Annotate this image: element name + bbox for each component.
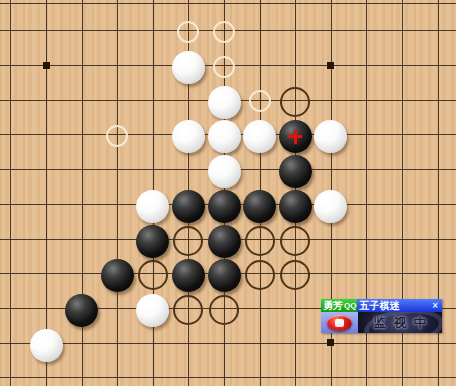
black-stone: ● (208, 190, 241, 223)
star-point (327, 339, 334, 346)
board-top-edge-line (0, 3, 456, 4)
overlay-title-app: 五子棋迷 (359, 299, 399, 312)
black-stone: ● (208, 225, 241, 258)
overlay-titlebar[interactable]: 勇芳QQ 五子棋迷 × (321, 299, 442, 312)
white-stone: ○ (208, 120, 241, 153)
grid-line-vertical (117, 0, 118, 386)
light-circle-mark (106, 125, 128, 147)
assistant-overlay-panel: 勇芳QQ 五子棋迷 × 监视中 (321, 299, 442, 333)
dark-circle-mark (280, 87, 310, 117)
white-stone: ○ (136, 294, 169, 327)
light-circle-mark (213, 56, 235, 78)
black-stone: ● (65, 294, 98, 327)
dark-circle-mark (138, 260, 168, 290)
grid-line-vertical (82, 0, 83, 386)
stop-icon (335, 319, 344, 327)
white-stone: ○ (30, 329, 63, 362)
stop-button[interactable] (327, 315, 352, 331)
status-display: 监视中 (358, 312, 442, 333)
dark-circle-mark (173, 295, 203, 325)
dark-circle-mark (173, 226, 203, 256)
dark-circle-mark (209, 295, 239, 325)
black-stone: ● (279, 155, 312, 188)
close-icon[interactable]: × (430, 299, 442, 312)
grid-line-horizontal (0, 343, 456, 344)
overlay-title-qq: QQ (344, 299, 356, 312)
overlay-title-author-section: 勇芳QQ (321, 299, 357, 312)
white-stone: ○ (314, 190, 347, 223)
white-stone: ○ (314, 120, 347, 153)
grid-line-vertical (10, 0, 11, 386)
status-text: 监视中 (367, 314, 434, 332)
star-point (327, 62, 334, 69)
black-stone: ● (243, 190, 276, 223)
white-stone: ○ (136, 190, 169, 223)
dark-circle-mark (245, 226, 275, 256)
black-stone: ● (172, 259, 205, 292)
cross-bar-vertical (294, 130, 297, 144)
grid-line-horizontal (0, 377, 456, 378)
light-circle-mark (213, 21, 235, 43)
dark-circle-mark (280, 260, 310, 290)
overlay-button-pane (321, 312, 358, 333)
white-stone: ○ (172, 51, 205, 84)
white-stone: ○ (208, 86, 241, 119)
white-stone: ○ (243, 120, 276, 153)
last-move-cross-icon (286, 128, 304, 146)
dark-circle-mark (245, 260, 275, 290)
black-stone: ● (172, 190, 205, 223)
black-stone: ● (208, 259, 241, 292)
black-stone: ● (101, 259, 134, 292)
black-stone: ● (136, 225, 169, 258)
overlay-title-app-section: 五子棋迷 × (357, 299, 442, 312)
gomoku-board[interactable]: ●●●●●●●●●●●●○○○○○○○○○○○ 勇芳QQ 五子棋迷 × 监视中 (0, 0, 456, 386)
light-circle-mark (177, 21, 199, 43)
overlay-title-author: 勇芳 (323, 299, 343, 312)
light-circle-mark (249, 90, 271, 112)
white-stone: ○ (208, 155, 241, 188)
white-stone: ○ (172, 120, 205, 153)
star-point (43, 62, 50, 69)
overlay-body: 监视中 (321, 312, 442, 333)
dark-circle-mark (280, 226, 310, 256)
black-stone: ● (279, 190, 312, 223)
